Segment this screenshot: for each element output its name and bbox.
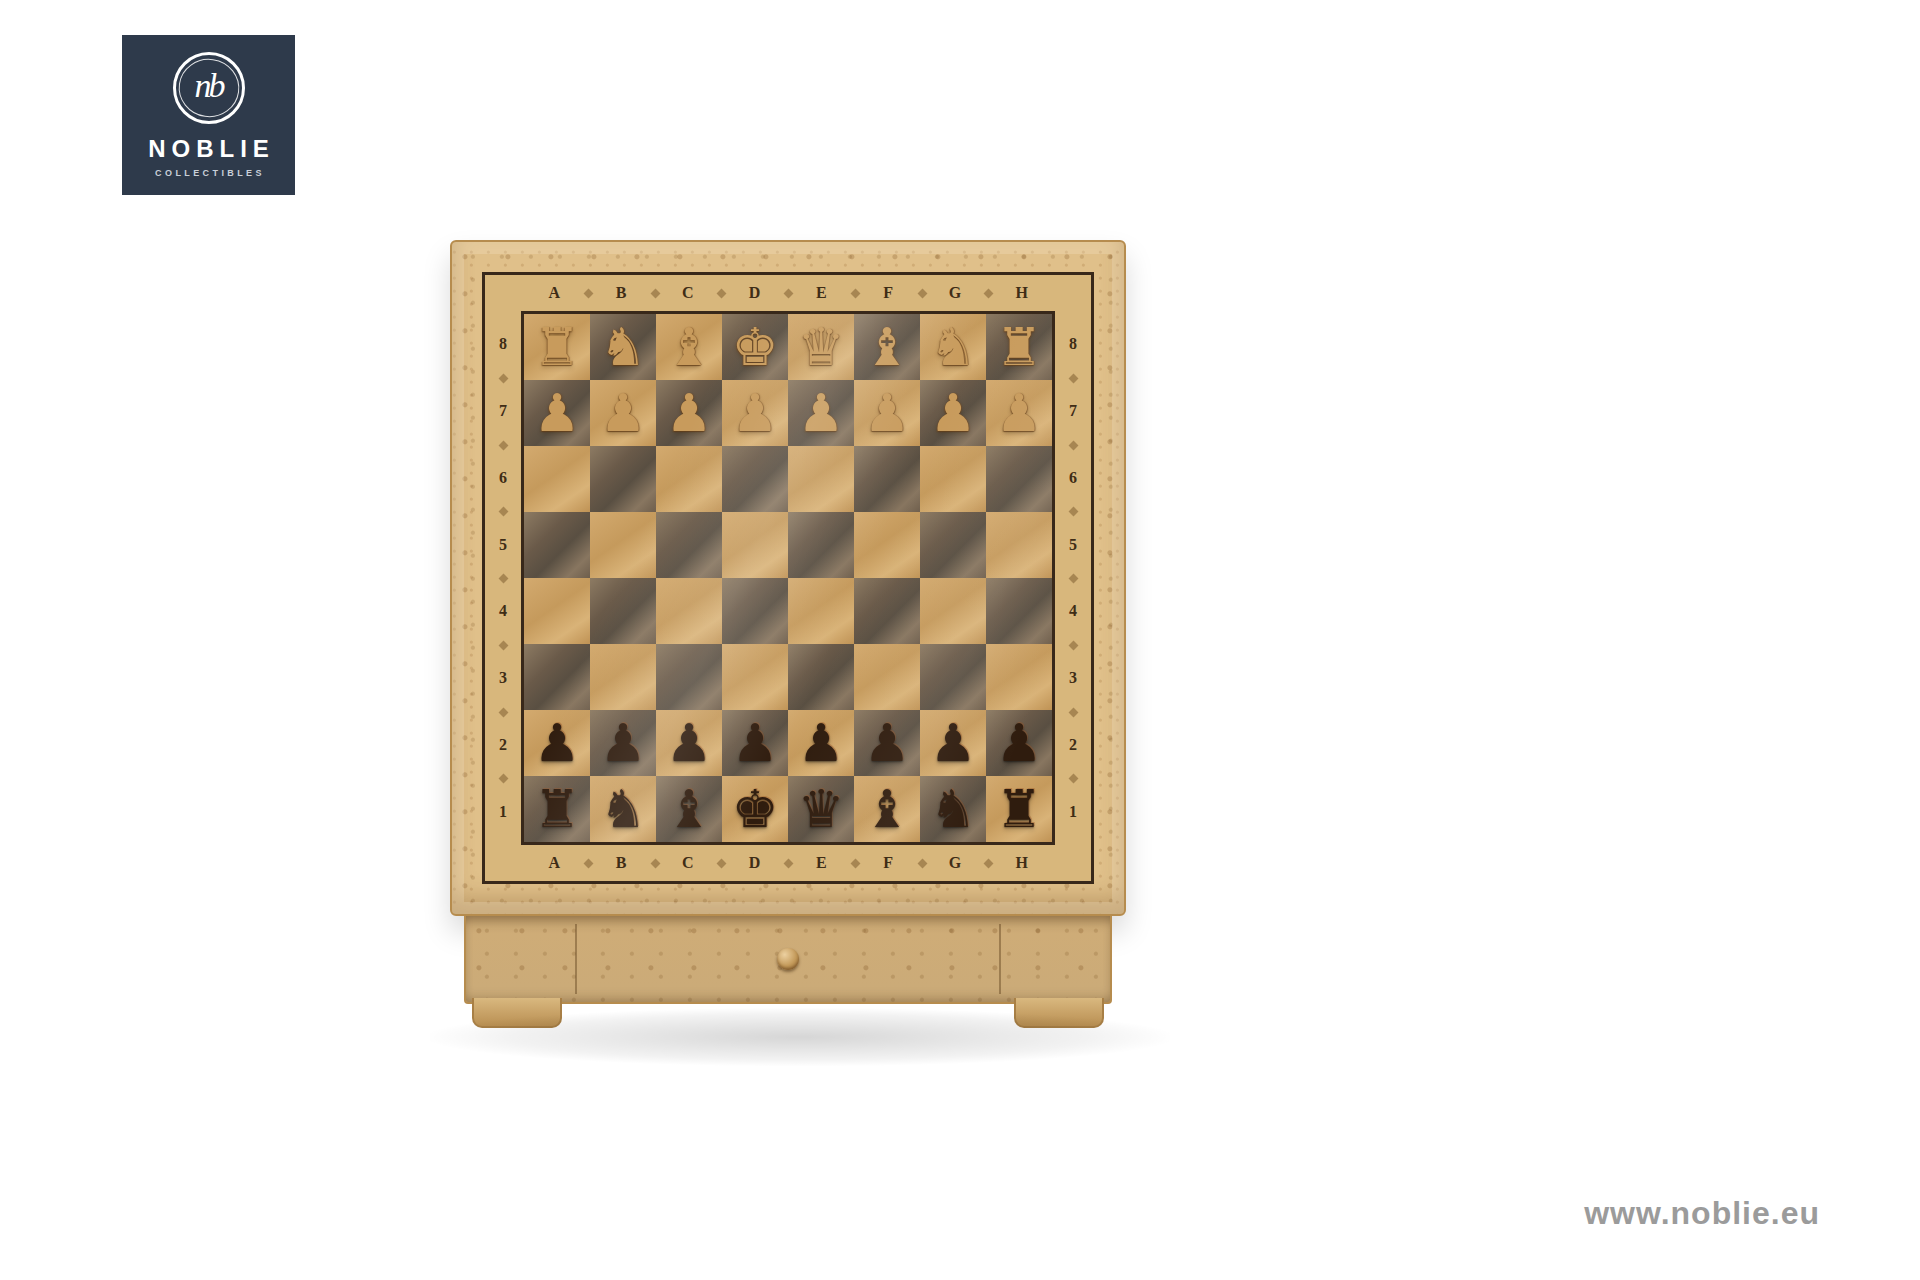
piece-light-pawn[interactable]: ♟ — [534, 381, 581, 445]
piece-dark-queen[interactable]: ♛ — [798, 777, 845, 841]
square-f8[interactable]: ♝ — [854, 314, 920, 380]
square-e6[interactable] — [788, 446, 854, 512]
square-d8[interactable]: ♚ — [722, 314, 788, 380]
square-a3[interactable] — [524, 644, 590, 710]
file-label-top-f: F — [855, 275, 922, 311]
square-f4[interactable] — [854, 578, 920, 644]
rank-label-right-5: 5 — [1055, 511, 1091, 578]
square-b3[interactable] — [590, 644, 656, 710]
logo-subtitle: COLLECTIBLES — [152, 168, 265, 178]
rank-labels-left: 87654321 — [485, 311, 521, 845]
square-b6[interactable] — [590, 446, 656, 512]
square-a5[interactable] — [524, 512, 590, 578]
rank-label-left-8: 8 — [485, 311, 521, 378]
rank-label-right-4: 4 — [1055, 578, 1091, 645]
logo-emblem-ring: nb — [173, 52, 245, 124]
square-g2[interactable]: ♟ — [920, 710, 986, 776]
page: nb NOBLIE COLLECTIBLES ABCDEFGH 87654321… — [0, 0, 1920, 1280]
rank-label-left-1: 1 — [485, 778, 521, 845]
piece-light-pawn[interactable]: ♟ — [996, 381, 1043, 445]
chest-top-plate: ABCDEFGH 87654321 ♜♞♝♚♛♝♞♜♟♟♟♟♟♟♟♟♟♟♟♟♟♟… — [450, 240, 1126, 916]
square-e1[interactable]: ♛ — [788, 776, 854, 842]
square-d5[interactable] — [722, 512, 788, 578]
square-a4[interactable] — [524, 578, 590, 644]
piece-dark-pawn[interactable]: ♟ — [600, 711, 647, 775]
file-label-bottom-a: A — [521, 845, 588, 881]
square-g7[interactable]: ♟ — [920, 380, 986, 446]
square-f6[interactable] — [854, 446, 920, 512]
piece-dark-pawn[interactable]: ♟ — [732, 711, 779, 775]
square-a1[interactable]: ♜ — [524, 776, 590, 842]
piece-dark-pawn[interactable]: ♟ — [930, 711, 977, 775]
piece-light-king[interactable]: ♚ — [732, 315, 779, 379]
rank-label-right-2: 2 — [1055, 712, 1091, 779]
square-a7[interactable]: ♟ — [524, 380, 590, 446]
file-label-top-d: D — [721, 275, 788, 311]
square-e8[interactable]: ♛ — [788, 314, 854, 380]
logo-monogram: nb — [195, 67, 223, 105]
board-assembly: ABCDEFGH 87654321 ♜♞♝♚♛♝♞♜♟♟♟♟♟♟♟♟♟♟♟♟♟♟… — [482, 272, 1094, 884]
square-b7[interactable]: ♟ — [590, 380, 656, 446]
file-label-top-b: B — [588, 275, 655, 311]
square-c2[interactable]: ♟ — [656, 710, 722, 776]
piece-dark-pawn[interactable]: ♟ — [798, 711, 845, 775]
square-f7[interactable]: ♟ — [854, 380, 920, 446]
website-url: www.noblie.eu — [1584, 1195, 1820, 1232]
piece-light-pawn[interactable]: ♟ — [666, 381, 713, 445]
square-c5[interactable] — [656, 512, 722, 578]
square-h4[interactable] — [986, 578, 1052, 644]
square-b1[interactable]: ♞ — [590, 776, 656, 842]
square-h8[interactable]: ♜ — [986, 314, 1052, 380]
square-g6[interactable] — [920, 446, 986, 512]
square-d7[interactable]: ♟ — [722, 380, 788, 446]
square-e7[interactable]: ♟ — [788, 380, 854, 446]
square-h3[interactable] — [986, 644, 1052, 710]
rank-label-left-4: 4 — [485, 578, 521, 645]
square-b8[interactable]: ♞ — [590, 314, 656, 380]
piece-light-pawn[interactable]: ♟ — [930, 381, 977, 445]
piece-light-pawn[interactable]: ♟ — [600, 381, 647, 445]
square-f3[interactable] — [854, 644, 920, 710]
rank-label-right-7: 7 — [1055, 378, 1091, 445]
square-h6[interactable] — [986, 446, 1052, 512]
square-d3[interactable] — [722, 644, 788, 710]
square-b5[interactable] — [590, 512, 656, 578]
square-e2[interactable]: ♟ — [788, 710, 854, 776]
piece-light-bishop[interactable]: ♝ — [666, 315, 713, 379]
file-label-bottom-h: H — [988, 845, 1055, 881]
piece-dark-bishop[interactable]: ♝ — [864, 777, 911, 841]
square-d2[interactable]: ♟ — [722, 710, 788, 776]
storage-drawer[interactable] — [575, 924, 1000, 994]
piece-dark-rook[interactable]: ♜ — [534, 777, 581, 841]
piece-dark-rook[interactable]: ♜ — [996, 777, 1043, 841]
square-h7[interactable]: ♟ — [986, 380, 1052, 446]
square-h5[interactable] — [986, 512, 1052, 578]
file-label-top-h: H — [988, 275, 1055, 311]
file-label-top-c: C — [655, 275, 722, 311]
board-grid: ♜♞♝♚♛♝♞♜♟♟♟♟♟♟♟♟♟♟♟♟♟♟♟♟♜♞♝♚♛♝♞♜ — [521, 311, 1055, 845]
file-labels-top: ABCDEFGH — [521, 275, 1055, 311]
file-label-top-g: G — [922, 275, 989, 311]
square-f2[interactable]: ♟ — [854, 710, 920, 776]
square-e4[interactable] — [788, 578, 854, 644]
square-c1[interactable]: ♝ — [656, 776, 722, 842]
file-label-bottom-c: C — [655, 845, 722, 881]
square-g4[interactable] — [920, 578, 986, 644]
square-c6[interactable] — [656, 446, 722, 512]
rank-label-left-6: 6 — [485, 445, 521, 512]
piece-light-knight[interactable]: ♞ — [600, 315, 647, 379]
square-e3[interactable] — [788, 644, 854, 710]
chest-shadow — [430, 1008, 1170, 1066]
file-label-top-e: E — [788, 275, 855, 311]
piece-dark-pawn[interactable]: ♟ — [864, 711, 911, 775]
square-h2[interactable]: ♟ — [986, 710, 1052, 776]
chest-front-face — [464, 916, 1112, 1004]
piece-light-pawn[interactable]: ♟ — [798, 381, 845, 445]
square-f1[interactable]: ♝ — [854, 776, 920, 842]
square-f5[interactable] — [854, 512, 920, 578]
noblie-logo: nb NOBLIE COLLECTIBLES — [122, 35, 295, 195]
piece-dark-knight[interactable]: ♞ — [930, 777, 977, 841]
rank-label-right-3: 3 — [1055, 645, 1091, 712]
drawer-knob[interactable] — [777, 948, 799, 970]
file-label-bottom-f: F — [855, 845, 922, 881]
square-g1[interactable]: ♞ — [920, 776, 986, 842]
square-d1[interactable]: ♚ — [722, 776, 788, 842]
piece-light-bishop[interactable]: ♝ — [864, 315, 911, 379]
piece-dark-king[interactable]: ♚ — [732, 777, 779, 841]
piece-dark-pawn[interactable]: ♟ — [666, 711, 713, 775]
file-label-bottom-d: D — [721, 845, 788, 881]
file-label-bottom-e: E — [788, 845, 855, 881]
square-c3[interactable] — [656, 644, 722, 710]
piece-dark-pawn[interactable]: ♟ — [534, 711, 581, 775]
rank-label-left-5: 5 — [485, 511, 521, 578]
square-g8[interactable]: ♞ — [920, 314, 986, 380]
piece-dark-pawn[interactable]: ♟ — [996, 711, 1043, 775]
piece-light-knight[interactable]: ♞ — [930, 315, 977, 379]
piece-light-rook[interactable]: ♜ — [534, 315, 581, 379]
square-e5[interactable] — [788, 512, 854, 578]
square-a8[interactable]: ♜ — [524, 314, 590, 380]
rank-label-right-6: 6 — [1055, 445, 1091, 512]
square-a6[interactable] — [524, 446, 590, 512]
rank-label-right-1: 1 — [1055, 778, 1091, 845]
logo-name: NOBLIE — [142, 135, 275, 163]
square-c7[interactable]: ♟ — [656, 380, 722, 446]
square-g5[interactable] — [920, 512, 986, 578]
piece-dark-bishop[interactable]: ♝ — [666, 777, 713, 841]
square-g3[interactable] — [920, 644, 986, 710]
file-label-top-a: A — [521, 275, 588, 311]
rank-labels-right: 87654321 — [1055, 311, 1091, 845]
square-b4[interactable] — [590, 578, 656, 644]
piece-light-rook[interactable]: ♜ — [996, 315, 1043, 379]
piece-dark-knight[interactable]: ♞ — [600, 777, 647, 841]
file-label-bottom-g: G — [922, 845, 989, 881]
file-labels-bottom: ABCDEFGH — [521, 845, 1055, 881]
square-a2[interactable]: ♟ — [524, 710, 590, 776]
file-label-bottom-b: B — [588, 845, 655, 881]
square-c4[interactable] — [656, 578, 722, 644]
piece-light-pawn[interactable]: ♟ — [732, 381, 779, 445]
square-c8[interactable]: ♝ — [656, 314, 722, 380]
piece-light-queen[interactable]: ♛ — [798, 315, 845, 379]
rank-label-left-3: 3 — [485, 645, 521, 712]
rank-label-right-8: 8 — [1055, 311, 1091, 378]
square-h1[interactable]: ♜ — [986, 776, 1052, 842]
square-d4[interactable] — [722, 578, 788, 644]
piece-light-pawn[interactable]: ♟ — [864, 381, 911, 445]
chess-chest: ABCDEFGH 87654321 ♜♞♝♚♛♝♞♜♟♟♟♟♟♟♟♟♟♟♟♟♟♟… — [450, 240, 1126, 1004]
square-d6[interactable] — [722, 446, 788, 512]
square-b2[interactable]: ♟ — [590, 710, 656, 776]
rank-label-left-2: 2 — [485, 712, 521, 779]
rank-label-left-7: 7 — [485, 378, 521, 445]
